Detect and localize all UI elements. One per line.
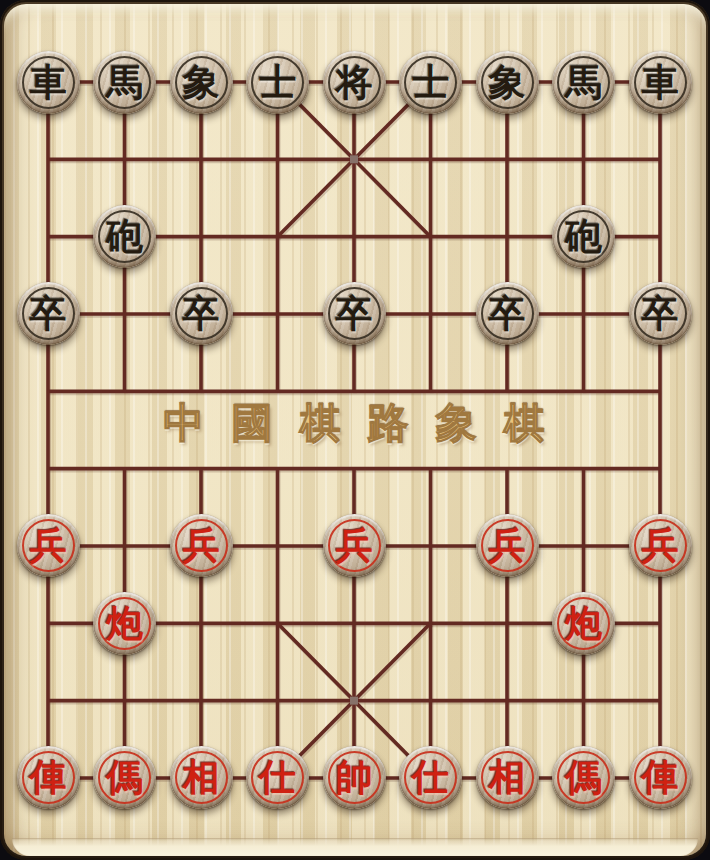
piece-glyph: 馬 [106,64,143,101]
piece-glyph: 車 [30,64,67,101]
piece-red-horse[interactable]: 傌 [93,746,156,809]
piece-black-cannon[interactable]: 砲 [552,205,615,268]
piece-red-elephant[interactable]: 相 [476,746,539,809]
piece-red-horse[interactable]: 傌 [552,746,615,809]
piece-glyph: 砲 [565,218,602,255]
piece-glyph: 相 [183,759,220,796]
piece-red-soldier[interactable]: 兵 [476,514,539,577]
piece-black-advisor[interactable]: 士 [399,51,462,114]
piece-glyph: 仕 [259,759,296,796]
piece-glyph: 卒 [489,295,526,332]
piece-red-advisor[interactable]: 仕 [399,746,462,809]
piece-red-general[interactable]: 帥 [323,746,386,809]
piece-glyph: 兵 [642,527,679,564]
piece-glyph: 車 [642,64,679,101]
piece-glyph: 炮 [106,605,143,642]
piece-red-soldier[interactable]: 兵 [170,514,233,577]
piece-glyph: 兵 [30,527,67,564]
piece-glyph: 俥 [30,759,67,796]
piece-glyph: 傌 [106,759,143,796]
pieces-layer: 車馬象士将士象馬車砲砲卒卒卒卒卒兵兵兵兵兵炮炮俥傌相仕帥仕相傌俥 [0,0,710,860]
piece-red-elephant[interactable]: 相 [170,746,233,809]
piece-glyph: 兵 [336,527,373,564]
piece-black-chariot[interactable]: 車 [629,51,692,114]
piece-glyph: 相 [489,759,526,796]
piece-black-chariot[interactable]: 車 [17,51,80,114]
piece-glyph: 卒 [30,295,67,332]
piece-black-soldier[interactable]: 卒 [17,282,80,345]
piece-black-general[interactable]: 将 [323,51,386,114]
piece-black-soldier[interactable]: 卒 [170,282,233,345]
piece-glyph: 炮 [565,605,602,642]
piece-glyph: 仕 [412,759,449,796]
piece-black-soldier[interactable]: 卒 [323,282,386,345]
piece-red-soldier[interactable]: 兵 [323,514,386,577]
piece-red-advisor[interactable]: 仕 [246,746,309,809]
piece-red-chariot[interactable]: 俥 [629,746,692,809]
piece-glyph: 兵 [489,527,526,564]
piece-glyph: 卒 [642,295,679,332]
piece-glyph: 砲 [106,218,143,255]
piece-black-cannon[interactable]: 砲 [93,205,156,268]
piece-black-soldier[interactable]: 卒 [629,282,692,345]
piece-red-cannon[interactable]: 炮 [93,592,156,655]
piece-glyph: 士 [259,64,296,101]
piece-black-elephant[interactable]: 象 [170,51,233,114]
piece-glyph: 象 [183,64,220,101]
piece-black-elephant[interactable]: 象 [476,51,539,114]
piece-black-horse[interactable]: 馬 [93,51,156,114]
piece-black-advisor[interactable]: 士 [246,51,309,114]
piece-glyph: 卒 [183,295,220,332]
piece-red-cannon[interactable]: 炮 [552,592,615,655]
piece-black-soldier[interactable]: 卒 [476,282,539,345]
piece-glyph: 傌 [565,759,602,796]
piece-glyph: 俥 [642,759,679,796]
xiangqi-app: 中國棋路象棋 車馬象士将士象馬車砲砲卒卒卒卒卒兵兵兵兵兵炮炮俥傌相仕帥仕相傌俥 [0,0,710,860]
piece-red-soldier[interactable]: 兵 [629,514,692,577]
piece-glyph: 卒 [336,295,373,332]
piece-glyph: 馬 [565,64,602,101]
piece-black-horse[interactable]: 馬 [552,51,615,114]
piece-glyph: 将 [336,64,373,101]
piece-red-soldier[interactable]: 兵 [17,514,80,577]
piece-red-chariot[interactable]: 俥 [17,746,80,809]
piece-glyph: 帥 [336,759,373,796]
piece-glyph: 兵 [183,527,220,564]
piece-glyph: 象 [489,64,526,101]
piece-glyph: 士 [412,64,449,101]
